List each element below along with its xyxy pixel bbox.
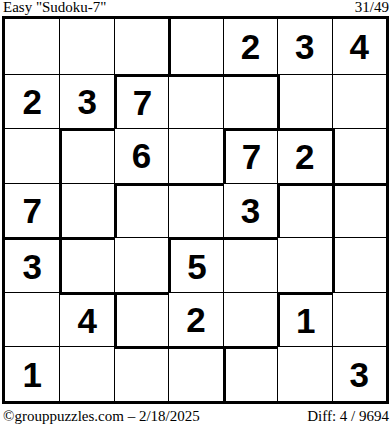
sudoku-cell-r3c7[interactable] [332,128,386,183]
sudoku-cell-r3c6: 2 [277,128,331,183]
sudoku-cell-r7c5[interactable] [223,346,277,401]
sudoku-cell-r1c4[interactable] [168,19,222,74]
sudoku-cell-r3c3: 6 [114,128,168,183]
sudoku-cell-r3c5: 7 [223,128,277,183]
sudoku-cell-r5c4: 5 [168,237,222,292]
sudoku-cell-r3c4[interactable] [168,128,222,183]
copyright-date: ©grouppuzzles.com – 2/18/2025 [3,409,200,424]
sudoku-cell-r2c4[interactable] [168,74,222,129]
sudoku-cell-r7c1: 1 [5,346,59,401]
sudoku-cell-r6c5[interactable] [223,292,277,347]
sudoku-cell-r4c1: 7 [5,183,59,238]
page-header: Easy "Sudoku-7" 31/49 [0,0,391,16]
sudoku-cell-r1c2[interactable] [59,19,113,74]
sudoku-cell-r5c1: 3 [5,237,59,292]
sudoku-cell-r7c6[interactable] [277,346,331,401]
sudoku-cell-r7c3[interactable] [114,346,168,401]
sudoku-cell-r5c5[interactable] [223,237,277,292]
sudoku-cell-r5c6[interactable] [277,237,331,292]
sudoku-cell-r2c5[interactable] [223,74,277,129]
sudoku-grid: 234237672733542113 [2,16,389,404]
sudoku-cell-r6c7[interactable] [332,292,386,347]
sudoku-cell-r4c2[interactable] [59,183,113,238]
sudoku-cell-r4c3[interactable] [114,183,168,238]
sudoku-cell-r2c3: 7 [114,74,168,129]
sudoku-cell-r5c2[interactable] [59,237,113,292]
sudoku-cell-r6c1[interactable] [5,292,59,347]
page-footer: ©grouppuzzles.com – 2/18/2025 Diff: 4 / … [0,409,391,424]
puzzle-counter: 31/49 [355,0,389,15]
sudoku-cell-r7c4[interactable] [168,346,222,401]
sudoku-cell-r3c1[interactable] [5,128,59,183]
sudoku-cell-r7c2[interactable] [59,346,113,401]
sudoku-cell-r6c6: 1 [277,292,331,347]
sudoku-cell-r4c5: 3 [223,183,277,238]
sudoku-cell-r2c7[interactable] [332,74,386,129]
sudoku-cell-r1c6: 3 [277,19,331,74]
difficulty-rating: Diff: 4 / 9694 [307,409,389,424]
sudoku-cell-r2c6[interactable] [277,74,331,129]
sudoku-cell-r7c7: 3 [332,346,386,401]
sudoku-cell-r2c1: 2 [5,74,59,129]
sudoku-cell-r5c3[interactable] [114,237,168,292]
sudoku-cell-r5c7[interactable] [332,237,386,292]
sudoku-cell-r1c7: 4 [332,19,386,74]
sudoku-cell-r6c3[interactable] [114,292,168,347]
sudoku-cell-r3c2[interactable] [59,128,113,183]
sudoku-cell-r1c5: 2 [223,19,277,74]
sudoku-cell-r1c1[interactable] [5,19,59,74]
sudoku-cell-r4c4[interactable] [168,183,222,238]
puzzle-title: Easy "Sudoku-7" [3,0,107,15]
sudoku-cell-r1c3[interactable] [114,19,168,74]
sudoku-cell-r4c7[interactable] [332,183,386,238]
sudoku-cell-r4c6[interactable] [277,183,331,238]
sudoku-cell-r2c2: 3 [59,74,113,129]
sudoku-cell-r6c4: 2 [168,292,222,347]
sudoku-cell-r6c2: 4 [59,292,113,347]
